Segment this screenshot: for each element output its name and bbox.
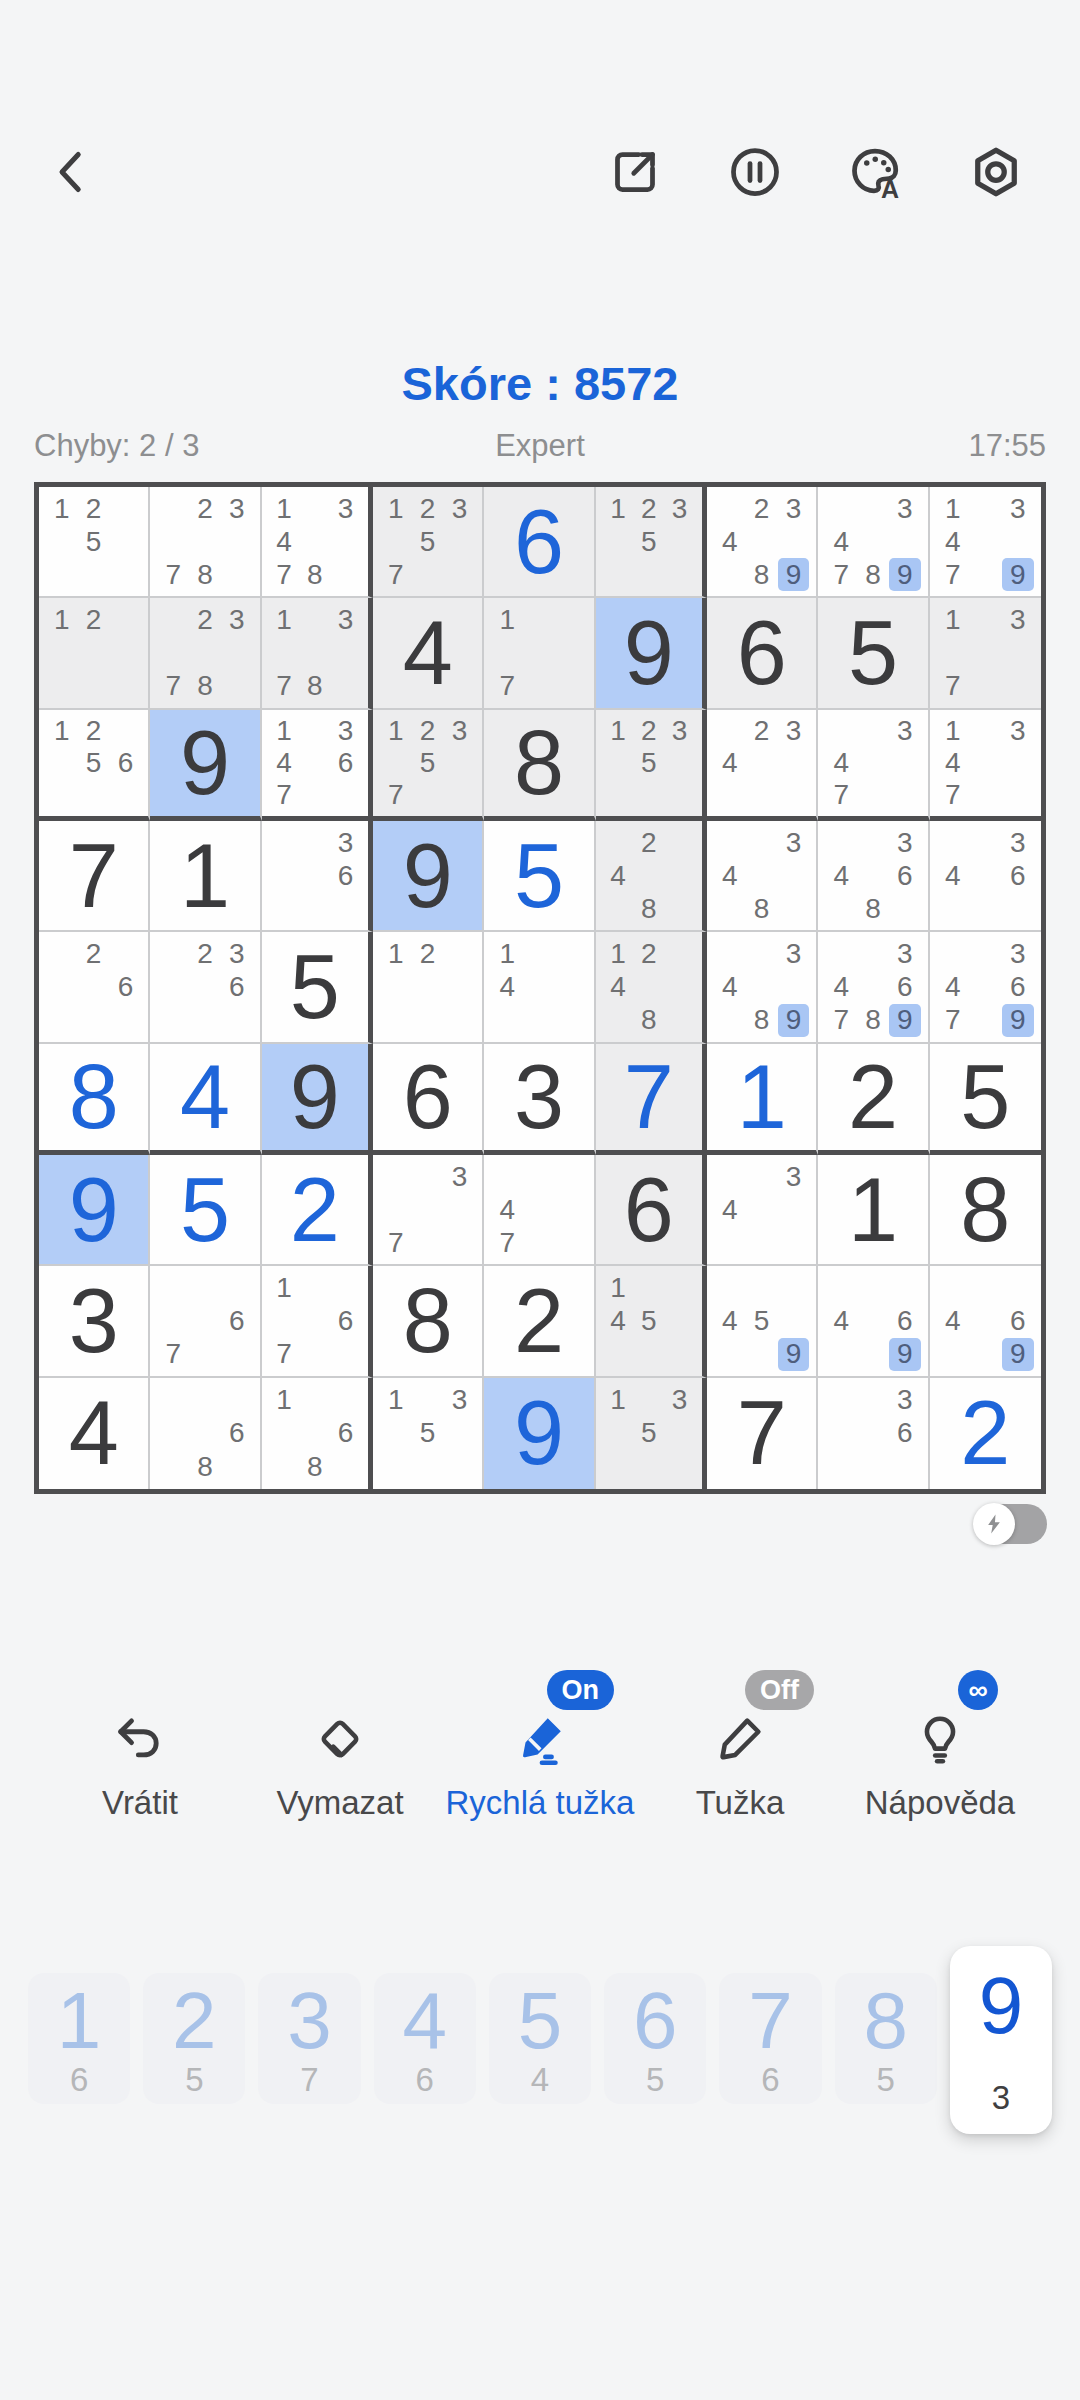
settings-icon	[966, 142, 1026, 202]
pencil-mark: 3	[664, 1383, 695, 1417]
cell-r6c7[interactable]: 1	[707, 1044, 818, 1155]
pencil-mark: 7	[380, 558, 412, 591]
pencil-mark: 3	[221, 603, 253, 636]
pencil-mark: 1	[269, 603, 300, 636]
cell-r2c7[interactable]: 6	[707, 598, 818, 709]
given-digit: 5	[290, 942, 340, 1032]
score-label: Skóre : 8572	[0, 356, 1080, 411]
pencil-mark: 7	[380, 1226, 412, 1259]
back-button[interactable]	[42, 142, 102, 202]
user-digit: 1	[737, 1052, 787, 1142]
fast-pencil-icon	[511, 1710, 569, 1768]
key-remaining-count: 6	[416, 2063, 434, 2096]
pencil-mark: 7	[269, 670, 300, 703]
pencil-marks: 12357	[373, 710, 482, 816]
theme-palette-icon: A	[846, 142, 906, 202]
pencil-mark: 4	[825, 970, 857, 1003]
pencil-mark: 1	[491, 937, 523, 970]
undo-icon	[111, 1710, 169, 1768]
pencil-mark: 8	[299, 558, 330, 591]
cell-r2c4[interactable]: 4	[373, 598, 484, 709]
pencil-marks: 1256	[39, 710, 148, 816]
pencil-mark: 7	[825, 558, 857, 591]
cell-r9c8[interactable]: 36	[818, 1378, 929, 1489]
cell-r1c7[interactable]: 23489	[707, 487, 818, 598]
pencil-mark: 6	[221, 970, 253, 1003]
pencil-mark: 7	[157, 670, 189, 703]
pencil-mark: 8	[746, 892, 778, 925]
pencil-marks: 167	[262, 1266, 368, 1375]
cell-r1c5[interactable]: 6	[484, 487, 595, 598]
pencil-mark: 6	[889, 859, 921, 892]
pencil-marks: 459	[707, 1266, 816, 1375]
cell-r2c8[interactable]: 5	[818, 598, 929, 709]
key-2[interactable]: 25	[143, 1973, 245, 2104]
cell-r7c2[interactable]: 5	[150, 1155, 261, 1266]
key-remaining-count: 3	[992, 2081, 1010, 2114]
cell-r7c8[interactable]: 1	[818, 1155, 929, 1266]
pencil-mark: 2	[633, 715, 664, 747]
pencil-mark: 4	[825, 1304, 857, 1337]
cell-r3c7[interactable]: 234	[707, 710, 818, 821]
pencil-mark: 3	[778, 715, 810, 747]
cell-r9c2[interactable]: 68	[150, 1378, 261, 1489]
hint-button[interactable]: ∞ Nápověda	[840, 1698, 1040, 1822]
cell-r3c1[interactable]: 1256	[39, 710, 150, 821]
pencil-marks: 12	[39, 598, 148, 707]
pencil-mark: 8	[189, 670, 221, 703]
pencil-mark: 3	[444, 715, 476, 747]
pencil-mark: 2	[746, 715, 778, 747]
key-remaining-count: 5	[646, 2063, 664, 2096]
key-remaining-count: 6	[70, 2063, 88, 2096]
pencil-mark: 2	[189, 937, 221, 970]
pencil-marks: 248	[596, 821, 702, 930]
pencil-mark: 2	[412, 937, 444, 970]
key-digit: 3	[287, 1979, 332, 2063]
pencil-mark: 6	[330, 859, 361, 892]
pencil-marks: 13478	[262, 487, 368, 596]
cell-r6c9[interactable]: 5	[930, 1044, 1041, 1155]
pencil-mark: 3	[889, 826, 921, 859]
key-digit: 7	[748, 1979, 793, 2063]
pencil-mark: 7	[269, 1338, 300, 1371]
user-digit: 9	[69, 1165, 119, 1255]
user-digit: 7	[624, 1052, 674, 1142]
pencil-mark: 6	[221, 1416, 253, 1450]
pencil-marks: 12	[373, 932, 482, 1041]
cell-r2c1[interactable]: 12	[39, 598, 150, 709]
cell-r2c6[interactable]: 9	[596, 598, 707, 709]
cell-r3c9[interactable]: 1347	[930, 710, 1041, 821]
pencil-mark: 5	[412, 525, 444, 558]
pencil-mark: 3	[444, 1383, 476, 1417]
pencil-marks: 2378	[150, 598, 259, 707]
toolbar: Vrátit Vymazat On Rychlá tužka	[40, 1698, 1040, 1822]
pencil-mark: 7	[937, 558, 969, 591]
sudoku-board: 1252378134781235761235234893478913479122…	[34, 482, 1046, 1494]
pencil-mark: 3	[778, 492, 810, 525]
cell-r3c6[interactable]: 1235	[596, 710, 707, 821]
pencil-mark: 2	[412, 715, 444, 747]
pencil-mark: 1	[380, 1383, 412, 1417]
pencil-marks: 17	[484, 598, 593, 707]
cell-r9c1[interactable]: 4	[39, 1378, 150, 1489]
cell-r4c3[interactable]: 36	[262, 821, 373, 932]
pencil-mark: 5	[633, 1416, 664, 1450]
cell-r7c7[interactable]: 34	[707, 1155, 818, 1266]
given-digit: 6	[737, 608, 787, 698]
cell-r9c9[interactable]: 2	[930, 1378, 1041, 1489]
cell-r3c2[interactable]: 9	[150, 710, 261, 821]
key-digit: 9	[979, 1964, 1024, 2048]
theme-button[interactable]: A	[846, 142, 906, 202]
pencil-mark: 1	[46, 715, 78, 747]
pencil-mark: 3	[330, 715, 361, 747]
pencil-marks: 469	[930, 1266, 1041, 1375]
cell-r1c9[interactable]: 13479	[930, 487, 1041, 598]
cell-r4c1[interactable]: 7	[39, 821, 150, 932]
pencil-mark: 3	[889, 937, 921, 970]
cell-r1c4[interactable]: 12357	[373, 487, 484, 598]
pencil-icon	[711, 1710, 769, 1768]
pencil-mark: 3	[444, 492, 476, 525]
cell-r6c4[interactable]: 6	[373, 1044, 484, 1155]
pencil-mark: 9	[889, 558, 921, 591]
cell-r5c4[interactable]: 12	[373, 932, 484, 1043]
pencil-mark: 1	[46, 492, 78, 525]
pencil-marks: 68	[150, 1378, 259, 1489]
pencil-mark: 9	[778, 558, 810, 591]
key-remaining-count: 7	[300, 2063, 318, 2096]
pencil-mark: 3	[778, 826, 810, 859]
cell-r6c2[interactable]: 4	[150, 1044, 261, 1155]
pencil-mark: 2	[78, 603, 110, 636]
pencil-marks: 1235	[596, 487, 702, 596]
key-3[interactable]: 37	[258, 1973, 360, 2104]
pencil-marks: 125	[39, 487, 148, 596]
pencil-mark: 1	[46, 603, 78, 636]
cell-r8c1[interactable]: 3	[39, 1266, 150, 1377]
pencil-mark: 8	[746, 558, 778, 591]
pencil-marks: 13479	[930, 487, 1041, 596]
key-4[interactable]: 46	[374, 1973, 476, 2104]
key-7[interactable]: 76	[719, 1973, 821, 2104]
pencil-mark: 8	[189, 1450, 221, 1484]
pencil-mark: 9	[778, 1338, 810, 1371]
pencil-mark: 4	[714, 970, 746, 1003]
given-digit: 5	[960, 1052, 1010, 1142]
pencil-mark: 7	[937, 779, 969, 811]
given-digit: 2	[514, 1276, 564, 1366]
cell-r7c3[interactable]: 2	[262, 1155, 373, 1266]
pencil-marks: 14	[484, 932, 593, 1041]
pencil-mark: 2	[78, 492, 110, 525]
cell-r2c3[interactable]: 1378	[262, 598, 373, 709]
pencil-mark: 4	[603, 859, 634, 892]
key-9[interactable]: 93	[950, 1946, 1052, 2134]
cell-r9c3[interactable]: 168	[262, 1378, 373, 1489]
cell-r5c7[interactable]: 3489	[707, 932, 818, 1043]
share-button[interactable]	[605, 142, 665, 202]
pencil-mark: 6	[1002, 970, 1034, 1003]
pencil-marks: 1347	[930, 710, 1041, 816]
pencil-mark: 1	[937, 715, 969, 747]
pencil-marks: 26	[39, 932, 148, 1041]
cell-r4c6[interactable]: 248	[596, 821, 707, 932]
pencil-mark: 3	[1002, 715, 1034, 747]
given-digit: 9	[290, 1052, 340, 1142]
lightning-icon	[981, 1511, 1007, 1537]
cell-r1c8[interactable]: 34789	[818, 487, 929, 598]
status-row: Chyby: 2 / 3 Expert 17:55	[34, 428, 1046, 464]
given-digit: 9	[403, 831, 453, 921]
pencil-mark: 8	[299, 670, 330, 703]
cell-r1c2[interactable]: 2378	[150, 487, 261, 598]
given-digit: 9	[180, 718, 230, 808]
pencil-mark: 9	[1002, 1004, 1034, 1037]
pencil-mark: 1	[603, 492, 634, 525]
pencil-mark: 7	[269, 558, 300, 591]
pencil-mark: 4	[937, 747, 969, 779]
pencil-mark: 5	[633, 747, 664, 779]
cell-r2c9[interactable]: 137	[930, 598, 1041, 709]
settings-button[interactable]	[966, 142, 1026, 202]
cell-r2c5[interactable]: 17	[484, 598, 595, 709]
pencil-mark: 4	[714, 1304, 746, 1337]
pencil-mark: 3	[1002, 603, 1034, 636]
key-digit: 1	[57, 1979, 102, 2063]
cell-r8c6[interactable]: 145	[596, 1266, 707, 1377]
pencil-mark: 1	[269, 715, 300, 747]
cell-r5c2[interactable]: 236	[150, 932, 261, 1043]
fast-pencil-button[interactable]: On Rychlá tužka	[440, 1698, 640, 1822]
off-badge: Off	[745, 1670, 814, 1710]
pencil-mark: 5	[633, 1304, 664, 1337]
cell-r8c2[interactable]: 67	[150, 1266, 261, 1377]
cell-r8c4[interactable]: 8	[373, 1266, 484, 1377]
user-digit: 8	[69, 1052, 119, 1142]
undo-button[interactable]: Vrátit	[40, 1698, 240, 1822]
key-8[interactable]: 85	[835, 1973, 937, 2104]
cell-r9c5[interactable]: 9	[484, 1378, 595, 1489]
pencil-marks: 23489	[707, 487, 816, 596]
pencil-mark: 1	[380, 492, 412, 525]
pencil-mark: 6	[889, 1416, 921, 1450]
cell-r6c1[interactable]: 8	[39, 1044, 150, 1155]
cell-r4c5[interactable]: 5	[484, 821, 595, 932]
pencil-marks: 1248	[596, 932, 702, 1041]
pencil-mark: 6	[330, 1416, 361, 1450]
pencil-marks: 469	[818, 1266, 927, 1375]
pencil-mark: 1	[603, 715, 634, 747]
pencil-marks: 13467	[262, 710, 368, 816]
cell-r6c6[interactable]: 7	[596, 1044, 707, 1155]
cell-r4c8[interactable]: 3468	[818, 821, 929, 932]
given-digit: 8	[960, 1165, 1010, 1255]
given-digit: 1	[848, 1165, 898, 1255]
user-digit: 5	[514, 831, 564, 921]
key-digit: 8	[863, 1979, 908, 2063]
cell-r1c6[interactable]: 1235	[596, 487, 707, 598]
cell-r3c4[interactable]: 12357	[373, 710, 484, 821]
pencil-mark: 6	[1002, 859, 1034, 892]
pencil-marks: 346789	[818, 932, 927, 1041]
cell-r7c6[interactable]: 6	[596, 1155, 707, 1266]
pencil-mark: 7	[269, 779, 300, 811]
pencil-mark: 2	[633, 937, 664, 970]
pencil-mark: 3	[330, 826, 361, 859]
given-digit: 9	[624, 608, 674, 698]
cell-r8c3[interactable]: 167	[262, 1266, 373, 1377]
pencil-marks: 47	[484, 1155, 593, 1264]
cell-r8c8[interactable]: 469	[818, 1266, 929, 1377]
pencil-mark: 5	[78, 525, 110, 558]
pencil-marks: 1378	[262, 598, 368, 707]
pencil-mark: 3	[664, 715, 695, 747]
pencil-marks: 347	[818, 710, 927, 816]
cell-r4c2[interactable]: 1	[150, 821, 261, 932]
erase-button[interactable]: Vymazat	[240, 1698, 440, 1822]
pencil-mark: 4	[269, 525, 300, 558]
cell-r5c8[interactable]: 346789	[818, 932, 929, 1043]
pencil-mark: 9	[1002, 558, 1034, 591]
pencil-marks: 34	[707, 1155, 816, 1264]
cell-r5c5[interactable]: 14	[484, 932, 595, 1043]
pencil-mark: 1	[603, 937, 634, 970]
cell-r4c9[interactable]: 346	[930, 821, 1041, 932]
cell-r3c8[interactable]: 347	[818, 710, 929, 821]
cell-r4c4[interactable]: 9	[373, 821, 484, 932]
cell-r5c9[interactable]: 34679	[930, 932, 1041, 1043]
pencil-marks: 3468	[818, 821, 927, 930]
pencil-mark: 5	[412, 1416, 444, 1450]
cell-r9c4[interactable]: 135	[373, 1378, 484, 1489]
pencil-marks: 168	[262, 1378, 368, 1489]
cell-r4c7[interactable]: 348	[707, 821, 818, 932]
cell-r8c9[interactable]: 469	[930, 1266, 1041, 1377]
difficulty-label: Expert	[34, 428, 1046, 464]
cell-r7c1[interactable]: 9	[39, 1155, 150, 1266]
cell-r3c3[interactable]: 13467	[262, 710, 373, 821]
pencil-mark: 3	[330, 603, 361, 636]
given-digit: 3	[69, 1276, 119, 1366]
hint-bulb-icon	[911, 1710, 969, 1768]
pencil-marks: 135	[373, 1378, 482, 1489]
cell-r5c1[interactable]: 26	[39, 932, 150, 1043]
cell-r1c3[interactable]: 13478	[262, 487, 373, 598]
key-5[interactable]: 54	[489, 1973, 591, 2104]
pencil-mark: 8	[633, 892, 664, 925]
pause-button[interactable]	[725, 142, 785, 202]
pencil-mark: 7	[825, 1004, 857, 1037]
pencil-mark: 2	[78, 937, 110, 970]
on-badge: On	[547, 1670, 615, 1710]
pencil-mark: 2	[189, 492, 221, 525]
key-1[interactable]: 16	[28, 1973, 130, 2104]
smart-hint-toggle[interactable]	[974, 1504, 1047, 1544]
pencil-mark: 3	[664, 492, 695, 525]
pencil-mark: 8	[857, 1004, 889, 1037]
cell-r8c7[interactable]: 459	[707, 1266, 818, 1377]
pencil-button[interactable]: Off Tužka	[640, 1698, 840, 1822]
pencil-marks: 36	[262, 821, 368, 930]
given-digit: 8	[403, 1276, 453, 1366]
share-icon	[605, 142, 665, 202]
cell-r2c2[interactable]: 2378	[150, 598, 261, 709]
sudoku-app-screen: A Skóre : 8572 Chyby: 2 / 3 Expert 17:55…	[0, 0, 1080, 2400]
pencil-mark: 5	[633, 525, 664, 558]
given-digit: 5	[848, 608, 898, 698]
pencil-marks: 348	[707, 821, 816, 930]
pencil-marks: 236	[150, 932, 259, 1041]
pencil-marks: 234	[707, 710, 816, 816]
pencil-marks: 1235	[596, 710, 702, 816]
pencil-mark: 1	[269, 1383, 300, 1417]
given-digit: 8	[514, 718, 564, 808]
pencil-mark: 3	[778, 1160, 810, 1193]
pencil-mark: 3	[889, 1383, 921, 1417]
pencil-mark: 2	[78, 715, 110, 747]
pencil-mark: 3	[330, 492, 361, 525]
cell-r1c1[interactable]: 125	[39, 487, 150, 598]
pencil-marks: 12357	[373, 487, 482, 596]
pencil-mark: 3	[778, 937, 810, 970]
given-digit: 1	[180, 831, 230, 921]
user-digit: 9	[514, 1388, 564, 1478]
pencil-mark: 7	[937, 670, 969, 703]
cell-r5c3[interactable]: 5	[262, 932, 373, 1043]
cell-r7c9[interactable]: 8	[930, 1155, 1041, 1266]
pencil-mark: 4	[603, 970, 634, 1003]
cell-r3c5[interactable]: 8	[484, 710, 595, 821]
cell-r8c5[interactable]: 2	[484, 1266, 595, 1377]
pencil-mark: 4	[825, 859, 857, 892]
pencil-mark: 1	[380, 937, 412, 970]
pencil-mark: 4	[937, 525, 969, 558]
cell-r6c5[interactable]: 3	[484, 1044, 595, 1155]
key-remaining-count: 5	[876, 2063, 894, 2096]
cell-r9c7[interactable]: 7	[707, 1378, 818, 1489]
pencil-mark: 6	[221, 1304, 253, 1337]
fast-pencil-label: Rychlá tužka	[446, 1784, 635, 1822]
pencil-mark: 7	[491, 1226, 523, 1259]
cell-r6c8[interactable]: 2	[818, 1044, 929, 1155]
pencil-mark: 4	[491, 970, 523, 1003]
pencil-mark: 6	[1002, 1304, 1034, 1337]
pencil-mark: 7	[491, 670, 523, 703]
given-digit: 3	[514, 1052, 564, 1142]
given-digit: 6	[403, 1052, 453, 1142]
pencil-mark: 1	[269, 1271, 300, 1304]
svg-text:A: A	[881, 175, 899, 202]
pencil-mark: 3	[889, 492, 921, 525]
cell-r5c6[interactable]: 1248	[596, 932, 707, 1043]
cell-r6c3[interactable]: 9	[262, 1044, 373, 1155]
cell-r7c4[interactable]: 37	[373, 1155, 484, 1266]
cell-r7c5[interactable]: 47	[484, 1155, 595, 1266]
key-digit: 4	[403, 1979, 448, 2063]
pencil-mark: 1	[937, 492, 969, 525]
key-remaining-count: 5	[185, 2063, 203, 2096]
key-6[interactable]: 65	[604, 1973, 706, 2104]
infinity-badge: ∞	[958, 1670, 998, 1710]
pencil-mark: 4	[825, 525, 857, 558]
pencil-marks: 145	[596, 1266, 702, 1375]
key-digit: 2	[172, 1979, 217, 2063]
cell-r9c6[interactable]: 135	[596, 1378, 707, 1489]
pencil-mark: 4	[491, 1193, 523, 1226]
